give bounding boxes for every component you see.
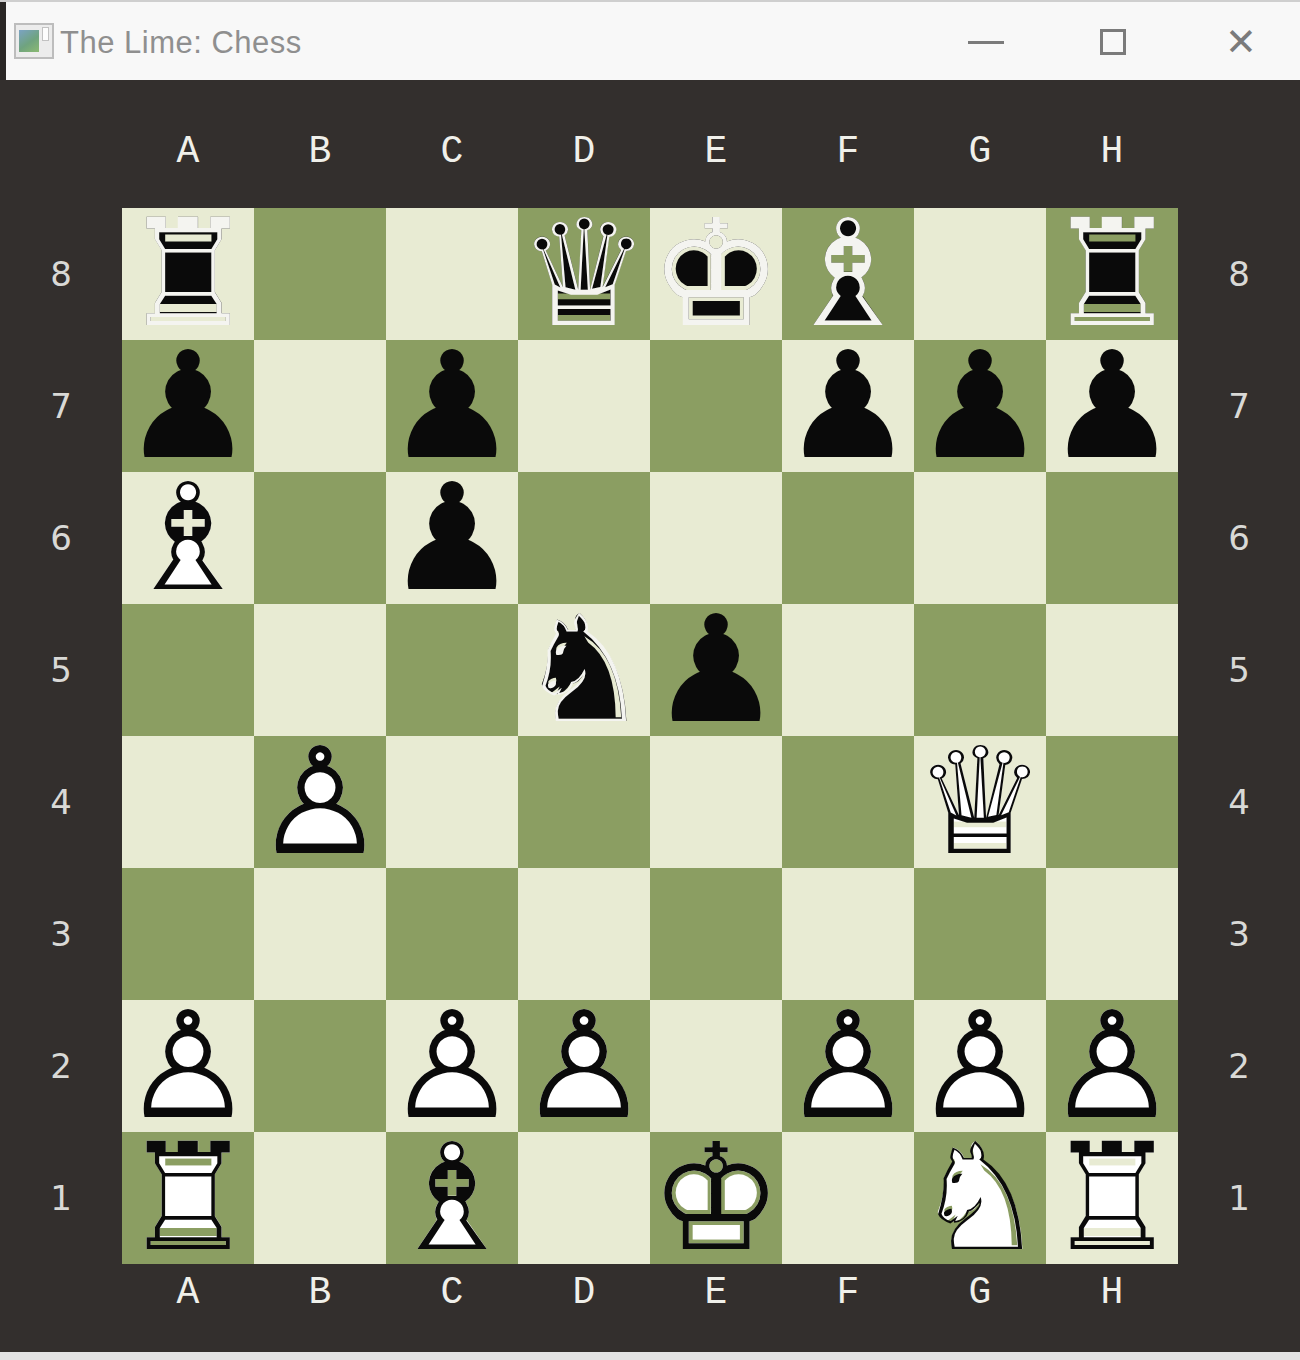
title-bar[interactable]: The Lime: Chess ✕ [0,0,1300,80]
file-label-f-top: F [782,130,914,173]
chess-board: ♜♖♛♕♚♔♝♗♜♖♟♟♟♟♟♝♗♟♞♘♟♟♙♛♕♟♙♟♙♟♙♟♙♟♙♟♙♜♖♝… [122,208,1178,1264]
square-f1[interactable] [782,1132,914,1264]
square-c1[interactable]: ♝♗ [386,1132,518,1264]
piece-fill-glyph: ♟ [650,604,782,736]
square-a6[interactable]: ♝♗ [122,472,254,604]
square-f7[interactable]: ♟ [782,340,914,472]
square-b3[interactable] [254,868,386,1000]
square-g7[interactable]: ♟ [914,340,1046,472]
piece-black-pawn-f7[interactable]: ♟ [782,340,914,472]
square-a1[interactable]: ♜♖ [122,1132,254,1264]
square-c5[interactable] [386,604,518,736]
piece-white-pawn-d2[interactable]: ♟♙ [518,1000,650,1132]
square-e4[interactable] [650,736,782,868]
square-d4[interactable] [518,736,650,868]
rank-label-2-left: 2 [0,1000,122,1132]
piece-black-pawn-h7[interactable]: ♟ [1046,340,1178,472]
app-icon [14,23,54,59]
piece-fill-glyph: ♟ [386,472,518,604]
piece-outline-glyph: ♙ [782,1000,914,1132]
square-b2[interactable] [254,1000,386,1132]
file-label-h-top: H [1046,130,1178,173]
rank-label-8-left: 8 [0,208,122,340]
piece-outline-glyph: ♗ [386,1132,518,1264]
square-e5[interactable]: ♟ [650,604,782,736]
file-label-a-bottom: A [122,1271,254,1314]
board-area: ABCDEFGH 87654321 ♜♖♛♕♚♔♝♗♜♖♟♟♟♟♟♝♗♟♞♘♟♟… [0,80,1300,1352]
rank-label-1-right: 1 [1178,1132,1300,1264]
rank-label-2-right: 2 [1178,1000,1300,1132]
app-icon-side-pane [42,27,49,41]
square-a4[interactable] [122,736,254,868]
square-g6[interactable] [914,472,1046,604]
file-label-b-bottom: B [254,1271,386,1314]
piece-outline-glyph: ♕ [914,736,1046,868]
file-label-g-top: G [914,130,1046,173]
piece-outline-glyph: ♘ [518,604,650,736]
square-e3[interactable] [650,868,782,1000]
square-e1[interactable]: ♚♔ [650,1132,782,1264]
piece-fill-glyph: ♟ [1046,340,1178,472]
square-f4[interactable] [782,736,914,868]
file-labels-bottom: ABCDEFGH [122,1264,1178,1320]
piece-white-rook-h1[interactable]: ♜♖ [1046,1132,1178,1264]
piece-white-king-e1[interactable]: ♚♔ [650,1132,782,1264]
piece-outline-glyph: ♖ [1046,1132,1178,1264]
piece-outline-glyph: ♘ [914,1132,1046,1264]
square-g1[interactable]: ♞♘ [914,1132,1046,1264]
piece-outline-glyph: ♗ [122,472,254,604]
square-h7[interactable]: ♟ [1046,340,1178,472]
piece-black-knight-d5[interactable]: ♞♘ [518,604,650,736]
square-f6[interactable] [782,472,914,604]
rank-label-5-right: 5 [1178,604,1300,736]
square-c6[interactable]: ♟ [386,472,518,604]
piece-white-bishop-a6[interactable]: ♝♗ [122,472,254,604]
square-e7[interactable] [650,340,782,472]
minimize-button[interactable] [954,12,1018,72]
close-button[interactable]: ✕ [1209,12,1273,72]
file-label-e-top: E [650,130,782,173]
square-h1[interactable]: ♜♖ [1046,1132,1178,1264]
square-a5[interactable] [122,604,254,736]
app-window: The Lime: Chess ✕ ABCDEFGH 87654321 ♜♖♛♕… [0,0,1300,1360]
window-bottom-edge [0,1352,1300,1360]
square-d7[interactable] [518,340,650,472]
piece-black-king-e8[interactable]: ♚♔ [650,208,782,340]
rank-labels-left: 87654321 [0,208,122,1264]
rank-label-6-left: 6 [0,472,122,604]
file-label-c-top: C [386,130,518,173]
file-label-c-bottom: C [386,1271,518,1314]
maximize-button[interactable] [1081,12,1145,72]
rank-label-3-right: 3 [1178,868,1300,1000]
square-d2[interactable]: ♟♙ [518,1000,650,1132]
square-h4[interactable] [1046,736,1178,868]
rank-label-4-left: 4 [0,736,122,868]
window-title: The Lime: Chess [60,2,302,82]
maximize-icon [1100,29,1126,55]
square-d8[interactable]: ♛♕ [518,208,650,340]
rank-label-7-left: 7 [0,340,122,472]
piece-white-knight-g1[interactable]: ♞♘ [914,1132,1046,1264]
square-h5[interactable] [1046,604,1178,736]
square-d5[interactable]: ♞♘ [518,604,650,736]
piece-fill-glyph: ♟ [782,340,914,472]
minimize-icon [968,41,1004,44]
square-f5[interactable] [782,604,914,736]
rank-label-5-left: 5 [0,604,122,736]
file-label-d-bottom: D [518,1271,650,1314]
app-icon-pane [19,30,39,52]
file-label-f-bottom: F [782,1271,914,1314]
window-left-edge [0,2,6,82]
square-b7[interactable] [254,340,386,472]
file-label-a-top: A [122,130,254,173]
square-b6[interactable] [254,472,386,604]
square-g4[interactable]: ♛♕ [914,736,1046,868]
piece-white-queen-g4[interactable]: ♛♕ [914,736,1046,868]
rank-label-3-left: 3 [0,868,122,1000]
square-d1[interactable] [518,1132,650,1264]
square-b8[interactable] [254,208,386,340]
piece-black-pawn-g7[interactable]: ♟ [914,340,1046,472]
file-label-e-bottom: E [650,1271,782,1314]
rank-label-8-right: 8 [1178,208,1300,340]
file-label-d-top: D [518,130,650,173]
file-label-b-top: B [254,130,386,173]
piece-white-bishop-c1[interactable]: ♝♗ [386,1132,518,1264]
file-label-h-bottom: H [1046,1271,1178,1314]
piece-black-queen-d8[interactable]: ♛♕ [518,208,650,340]
piece-outline-glyph: ♔ [650,208,782,340]
square-e8[interactable]: ♚♔ [650,208,782,340]
square-b1[interactable] [254,1132,386,1264]
rank-labels-right: 87654321 [1178,208,1300,1264]
rank-label-6-right: 6 [1178,472,1300,604]
piece-outline-glyph: ♕ [518,208,650,340]
piece-white-pawn-b4[interactable]: ♟♙ [254,736,386,868]
rank-label-7-right: 7 [1178,340,1300,472]
square-f2[interactable]: ♟♙ [782,1000,914,1132]
piece-white-rook-a1[interactable]: ♜♖ [122,1132,254,1264]
piece-outline-glyph: ♙ [518,1000,650,1132]
piece-fill-glyph: ♟ [914,340,1046,472]
piece-white-pawn-f2[interactable]: ♟♙ [782,1000,914,1132]
square-h6[interactable] [1046,472,1178,604]
piece-outline-glyph: ♔ [650,1132,782,1264]
square-c4[interactable] [386,736,518,868]
close-icon: ✕ [1225,23,1257,61]
piece-outline-glyph: ♖ [122,1132,254,1264]
piece-black-pawn-c6[interactable]: ♟ [386,472,518,604]
file-label-g-bottom: G [914,1271,1046,1314]
piece-outline-glyph: ♙ [254,736,386,868]
piece-black-pawn-e5[interactable]: ♟ [650,604,782,736]
rank-label-1-left: 1 [0,1132,122,1264]
rank-label-4-right: 4 [1178,736,1300,868]
square-b4[interactable]: ♟♙ [254,736,386,868]
